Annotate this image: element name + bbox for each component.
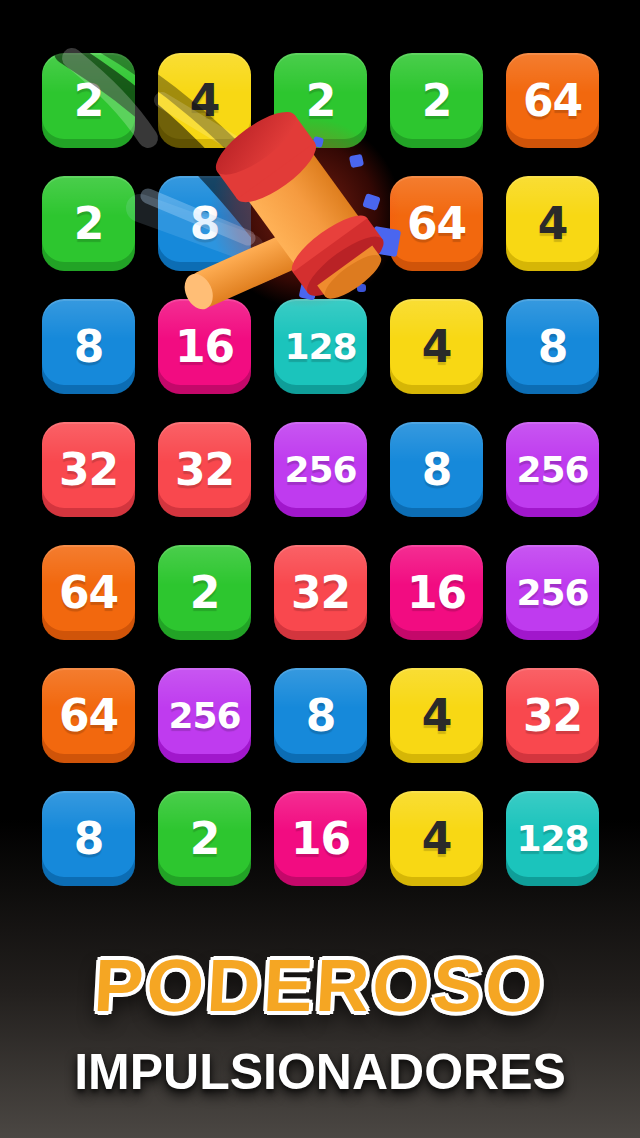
tile-16-r7c3[interactable]: 16 [274,791,367,886]
tile-2-r2c1[interactable]: 2 [42,176,135,271]
tile-value: 16 [291,817,350,861]
tile-value: 4 [422,325,452,369]
tile-32-r4c2[interactable]: 32 [158,422,251,517]
tile-8-r3c1[interactable]: 8 [42,299,135,394]
tile-8-r4c4[interactable]: 8 [390,422,483,517]
tile-value: 64 [523,79,582,123]
game-screen: 2422642864481612848323225682566423216256… [0,0,640,1138]
tile-8-r7c1[interactable]: 8 [42,791,135,886]
tile-2-r5c2[interactable]: 2 [158,545,251,640]
caption-line1: PODEROSO [0,938,640,1034]
tile-256-r6c2[interactable]: 256 [158,668,251,763]
tile-2-r1c3[interactable]: 2 [274,53,367,148]
tile-value: 4 [422,694,452,738]
tile-value: 32 [59,448,118,492]
tile-64-r5c1[interactable]: 64 [42,545,135,640]
tile-value: 8 [74,817,104,861]
tile-2-r1c1[interactable]: 2 [42,53,135,148]
tile-16-r5c4[interactable]: 16 [390,545,483,640]
tile-value: 32 [175,448,234,492]
tile-4-r7c4[interactable]: 4 [390,791,483,886]
tile-value: 4 [422,817,452,861]
tile-value: 256 [516,452,588,488]
tile-value: 64 [59,694,118,738]
tile-4-r6c4[interactable]: 4 [390,668,483,763]
tile-16-r3c2[interactable]: 16 [158,299,251,394]
board: 2422642864481612848323225682566423216256… [42,53,599,886]
tile-value: 4 [538,202,568,246]
tile-value: 8 [74,325,104,369]
tile-4-r1c2[interactable]: 4 [158,53,251,148]
tile-256-r4c3[interactable]: 256 [274,422,367,517]
caption-line2: IMPULSIONADORES [0,1038,640,1106]
tile-value: 8 [306,694,336,738]
tile-8-r2c2[interactable]: 8 [158,176,251,271]
tile-value: 4 [190,79,220,123]
tile-64-r1c5[interactable]: 64 [506,53,599,148]
tile-value: 64 [407,202,466,246]
tile-value: 128 [284,329,356,365]
tile-value: 2 [190,571,220,615]
tile-value: 128 [516,821,588,857]
tile-2-r7c2[interactable]: 2 [158,791,251,886]
tile-32-r4c1[interactable]: 32 [42,422,135,517]
tile-value: 2 [190,817,220,861]
tile-256-r5c5[interactable]: 256 [506,545,599,640]
tile-value: 64 [59,571,118,615]
tile-128-r3c3[interactable]: 128 [274,299,367,394]
tile-8-r6c3[interactable]: 8 [274,668,367,763]
empty-cell [274,176,367,271]
tile-value: 8 [422,448,452,492]
tile-value: 8 [538,325,568,369]
tile-value: 2 [74,79,104,123]
tile-4-r3c4[interactable]: 4 [390,299,483,394]
tile-value: 256 [516,575,588,611]
tile-64-r6c1[interactable]: 64 [42,668,135,763]
tile-value: 256 [284,452,356,488]
tile-32-r6c5[interactable]: 32 [506,668,599,763]
tile-value: 32 [523,694,582,738]
tile-value: 8 [190,202,220,246]
tile-256-r4c5[interactable]: 256 [506,422,599,517]
tile-64-r2c4[interactable]: 64 [390,176,483,271]
tile-value: 16 [407,571,466,615]
tile-value: 256 [168,698,240,734]
tile-value: 2 [306,79,336,123]
tile-value: 2 [422,79,452,123]
tile-4-r2c5[interactable]: 4 [506,176,599,271]
tile-32-r5c3[interactable]: 32 [274,545,367,640]
tile-2-r1c4[interactable]: 2 [390,53,483,148]
tile-8-r3c5[interactable]: 8 [506,299,599,394]
tile-value: 16 [175,325,234,369]
tile-value: 32 [291,571,350,615]
tile-value: 2 [74,202,104,246]
tile-128-r7c5[interactable]: 128 [506,791,599,886]
